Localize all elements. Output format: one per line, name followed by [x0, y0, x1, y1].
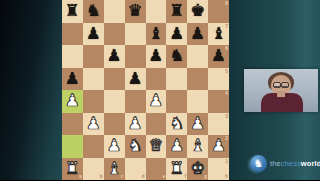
square-e8[interactable] [146, 0, 167, 23]
square-a2[interactable] [62, 135, 83, 158]
square-f1[interactable]: ♜f [166, 158, 187, 181]
file-label-e: e [163, 174, 166, 179]
knight-icon: ♞ [250, 155, 267, 172]
square-e4[interactable]: ♟ [146, 90, 167, 113]
piece-white-queen: ♛ [149, 138, 164, 155]
logo-text-chess: chess [281, 159, 301, 168]
piece-white-rook: ♜ [65, 160, 80, 177]
square-g2[interactable]: ♝ [187, 135, 208, 158]
piece-black-knight: ♞ [169, 48, 184, 65]
file-label-b: b [100, 174, 103, 179]
square-b4[interactable] [83, 90, 104, 113]
piece-black-queen: ♛ [128, 3, 143, 20]
piece-black-pawn: ♟ [107, 48, 122, 65]
square-b3[interactable]: ♟ [83, 113, 104, 136]
square-f8[interactable]: ♜ [166, 0, 187, 23]
piece-white-pawn: ♟ [169, 138, 184, 155]
piece-black-rook: ♜ [65, 3, 80, 20]
square-c7[interactable] [104, 23, 125, 46]
square-h5[interactable]: 5 [208, 68, 229, 91]
square-g7[interactable]: ♟ [187, 23, 208, 46]
square-f6[interactable]: ♞ [166, 45, 187, 68]
square-b7[interactable]: ♟ [83, 23, 104, 46]
square-g6[interactable] [187, 45, 208, 68]
webcam-video [244, 69, 318, 112]
square-d3[interactable]: ♟ [125, 113, 146, 136]
square-a6[interactable] [62, 45, 83, 68]
square-e7[interactable]: ♝ [146, 23, 167, 46]
piece-black-king: ♚ [190, 3, 205, 20]
square-f2[interactable]: ♟ [166, 135, 187, 158]
piece-white-rook: ♜ [169, 160, 184, 177]
square-a7[interactable] [62, 23, 83, 46]
piece-white-bishop: ♝ [107, 160, 122, 177]
square-f7[interactable]: ♟ [166, 23, 187, 46]
piece-black-knight: ♞ [86, 3, 101, 20]
rank-label-2: 2 [225, 136, 228, 141]
piece-black-pawn: ♟ [149, 48, 164, 65]
square-g1[interactable]: ♚g [187, 158, 208, 181]
square-g8[interactable]: ♚ [187, 0, 208, 23]
square-e5[interactable] [146, 68, 167, 91]
square-c6[interactable]: ♟ [104, 45, 125, 68]
piece-white-knight: ♞ [128, 138, 143, 155]
square-g3[interactable]: ♟ [187, 113, 208, 136]
square-b2[interactable] [83, 135, 104, 158]
square-e6[interactable]: ♟ [146, 45, 167, 68]
square-h2[interactable]: ♟2 [208, 135, 229, 158]
piece-white-pawn: ♟ [149, 93, 164, 110]
rank-label-3: 3 [225, 114, 228, 119]
piece-white-pawn: ♟ [107, 138, 122, 155]
square-d6[interactable] [125, 45, 146, 68]
file-label-f: f [185, 174, 187, 179]
logo-text-the: the [270, 159, 281, 168]
square-e3[interactable] [146, 113, 167, 136]
presenter-glasses [273, 82, 289, 87]
knight-glyph: ♞ [254, 158, 264, 169]
square-c2[interactable]: ♟ [104, 135, 125, 158]
square-d8[interactable]: ♛ [125, 0, 146, 23]
file-label-h: h [225, 174, 228, 179]
file-label-g: g [204, 174, 207, 179]
square-h6[interactable]: ♟6 [208, 45, 229, 68]
piece-black-bishop: ♝ [149, 25, 164, 42]
channel-logo-text: thechessworld [270, 159, 320, 168]
square-e1[interactable]: e [146, 158, 167, 181]
square-b6[interactable] [83, 45, 104, 68]
piece-white-pawn: ♟ [211, 138, 226, 155]
square-d4[interactable] [125, 90, 146, 113]
piece-white-pawn: ♟ [65, 93, 80, 110]
square-c1[interactable]: ♝c [104, 158, 125, 181]
file-label-c: c [121, 174, 124, 179]
square-f4[interactable] [166, 90, 187, 113]
piece-black-pawn: ♟ [211, 48, 226, 65]
file-label-a: a [79, 174, 82, 179]
square-h7[interactable]: ♝7 [208, 23, 229, 46]
square-d2[interactable]: ♞ [125, 135, 146, 158]
square-d1[interactable]: d [125, 158, 146, 181]
piece-black-bishop: ♝ [211, 25, 226, 42]
piece-white-pawn: ♟ [128, 115, 143, 132]
piece-black-pawn: ♟ [169, 25, 184, 42]
piece-white-knight: ♞ [169, 115, 184, 132]
square-a1[interactable]: ♜a [62, 158, 83, 181]
square-e2[interactable]: ♛ [146, 135, 167, 158]
square-a3[interactable] [62, 113, 83, 136]
rank-label-4: 4 [225, 91, 228, 96]
square-g4[interactable] [187, 90, 208, 113]
chess-board: ♜♞♛♜♚8♟♝♟♟♝7♟♟♞♟6♟♟5♟♟4♟♟♞♟3♟♞♛♟♝♟2♜ab♝c… [62, 0, 229, 180]
square-c8[interactable] [104, 0, 125, 23]
square-a5[interactable]: ♟ [62, 68, 83, 91]
rank-label-8: 8 [225, 1, 228, 6]
logo-text-world: world [301, 159, 320, 168]
piece-white-bishop: ♝ [190, 138, 205, 155]
piece-white-pawn: ♟ [190, 115, 205, 132]
square-h4[interactable]: 4 [208, 90, 229, 113]
channel-logo: ♞ thechessworld [250, 153, 320, 173]
square-c5[interactable] [104, 68, 125, 91]
piece-black-pawn: ♟ [128, 70, 143, 87]
square-c3[interactable] [104, 113, 125, 136]
piece-white-pawn: ♟ [86, 115, 101, 132]
square-f3[interactable]: ♞ [166, 113, 187, 136]
square-h1[interactable]: h1 [208, 158, 229, 181]
piece-black-pawn: ♟ [65, 70, 80, 87]
rank-label-7: 7 [225, 24, 228, 29]
piece-black-pawn: ♟ [190, 25, 205, 42]
square-c4[interactable] [104, 90, 125, 113]
square-a8[interactable]: ♜ [62, 0, 83, 23]
piece-black-rook: ♜ [169, 3, 184, 20]
square-g5[interactable] [187, 68, 208, 91]
rank-label-1: 1 [225, 159, 228, 164]
video-frame: ♜♞♛♜♚8♟♝♟♟♝7♟♟♞♟6♟♟5♟♟4♟♟♞♟3♟♞♛♟♝♟2♜ab♝c… [0, 0, 320, 180]
square-b1[interactable]: b [83, 158, 104, 181]
piece-black-pawn: ♟ [86, 25, 101, 42]
square-b8[interactable]: ♞ [83, 0, 104, 23]
square-f5[interactable] [166, 68, 187, 91]
rank-label-5: 5 [225, 69, 228, 74]
square-h3[interactable]: 3 [208, 113, 229, 136]
background-left [0, 0, 62, 180]
rank-label-6: 6 [225, 46, 228, 51]
presenter-neck [277, 91, 285, 97]
file-label-d: d [141, 174, 144, 179]
square-a4[interactable]: ♟ [62, 90, 83, 113]
square-d7[interactable] [125, 23, 146, 46]
piece-white-king: ♚ [190, 160, 205, 177]
square-d5[interactable]: ♟ [125, 68, 146, 91]
square-b5[interactable] [83, 68, 104, 91]
square-h8[interactable]: 8 [208, 0, 229, 23]
